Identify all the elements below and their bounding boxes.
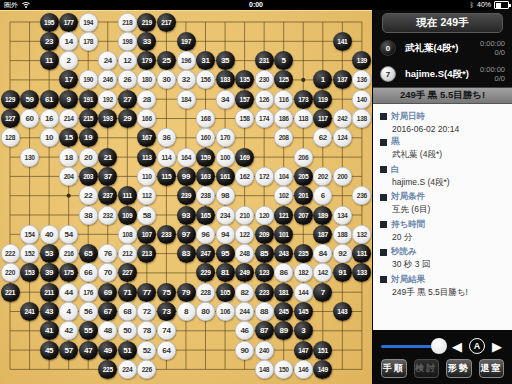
stone-white-56: 56 <box>79 302 98 321</box>
autoplay-button[interactable]: A <box>469 338 485 354</box>
stone-white-108: 108 <box>118 225 137 244</box>
bluetooth-icon: ᛒ <box>470 0 474 10</box>
white-stone-capture-badge: 7 <box>380 66 396 82</box>
stone-white-18: 18 <box>59 148 78 167</box>
stone-black-165: 165 <box>196 206 215 225</box>
stone-black-85: 85 <box>255 244 274 263</box>
app-screen: 0:00 圏外 ᛒ 40% 19517719421821921723141781… <box>0 0 512 384</box>
stone-black-109: 109 <box>118 206 137 225</box>
stone-black-217: 217 <box>157 13 176 32</box>
stone-white-222: 222 <box>1 244 20 263</box>
stone-black-31: 31 <box>196 51 215 70</box>
stone-white-164: 164 <box>177 148 196 167</box>
stone-black-173: 173 <box>294 90 313 109</box>
stone-white-54: 54 <box>59 225 78 244</box>
stone-white-224: 224 <box>118 360 137 379</box>
stone-black-11: 11 <box>40 51 59 70</box>
stone-white-88: 88 <box>255 302 274 321</box>
info-label: 対局条件 <box>380 191 505 203</box>
stone-white-12: 12 <box>118 51 137 70</box>
slider-knob[interactable] <box>431 338 447 354</box>
stone-white-190: 190 <box>79 70 98 89</box>
stone-black-123: 123 <box>255 263 274 282</box>
stone-black-223: 223 <box>255 283 274 302</box>
stone-white-242: 242 <box>333 109 352 128</box>
clock-time: 0:00 <box>0 0 512 10</box>
stone-black-189: 189 <box>313 206 332 225</box>
stone-white-90: 90 <box>235 341 254 360</box>
stone-white-16: 16 <box>40 109 59 128</box>
stone-white-184: 184 <box>177 90 196 109</box>
game-detail-list[interactable]: 対局日時 2016-06-02 20:14 黒 武礼葉 (4段*) 白 haji… <box>373 104 512 330</box>
keisei-button[interactable]: 形勢 <box>446 359 472 378</box>
stone-black-25: 25 <box>157 51 176 70</box>
stone-black-161: 161 <box>216 167 235 186</box>
result-banner: 249手 黒 5.5目勝ち! <box>373 87 512 104</box>
stone-black-169: 169 <box>235 148 254 167</box>
white-player-name: hajime.S(4段*) <box>405 68 480 81</box>
stone-black-211: 211 <box>40 283 59 302</box>
stone-black-221: 221 <box>1 283 20 302</box>
stone-white-122: 122 <box>235 225 254 244</box>
stone-white-28: 28 <box>137 90 156 109</box>
stone-white-92: 92 <box>333 244 352 263</box>
stone-black-19: 19 <box>79 128 98 147</box>
stone-white-188: 188 <box>333 225 352 244</box>
move-slider[interactable] <box>381 345 445 348</box>
stone-black-77: 77 <box>137 283 156 302</box>
stone-white-172: 172 <box>255 167 274 186</box>
info-label: 対局日時 <box>380 111 505 123</box>
star-point <box>67 194 71 198</box>
stone-black-55: 55 <box>79 321 98 340</box>
stone-black-129: 129 <box>1 90 20 109</box>
tejun-button[interactable]: 手順 <box>381 359 407 378</box>
stone-black-101: 101 <box>274 225 293 244</box>
next-move-button[interactable]: ▶ <box>492 340 502 353</box>
stone-white-178: 178 <box>79 32 98 51</box>
stone-white-154: 154 <box>20 225 39 244</box>
stone-black-47: 47 <box>79 341 98 360</box>
stone-black-39: 39 <box>40 263 59 282</box>
stone-white-34: 34 <box>216 90 235 109</box>
stone-white-170: 170 <box>216 128 235 147</box>
stone-white-198: 198 <box>118 32 137 51</box>
stone-black-69: 69 <box>98 283 117 302</box>
stone-black-187: 187 <box>313 225 332 244</box>
stone-black-111: 111 <box>118 186 137 205</box>
stone-white-126: 126 <box>255 90 274 109</box>
stone-black-93: 93 <box>177 206 196 225</box>
stone-white-38: 38 <box>79 206 98 225</box>
stone-black-107: 107 <box>137 225 156 244</box>
stone-black-119: 119 <box>313 90 332 109</box>
bullet-square-icon <box>380 276 387 283</box>
carrier-label: 圏外 <box>4 0 18 10</box>
stone-white-194: 194 <box>79 13 98 32</box>
stone-white-66: 66 <box>79 263 98 282</box>
bullet-square-icon <box>380 249 387 256</box>
stone-white-204: 204 <box>59 167 78 186</box>
stone-black-73: 73 <box>157 302 176 321</box>
stone-black-61: 61 <box>40 90 59 109</box>
info-value: 30 秒 3 回 <box>392 259 505 271</box>
stone-black-97: 97 <box>177 225 196 244</box>
stone-black-113: 113 <box>137 148 156 167</box>
stone-white-106: 106 <box>216 302 235 321</box>
star-point <box>301 78 305 82</box>
stone-white-206: 206 <box>294 148 313 167</box>
stone-black-33: 33 <box>137 32 156 51</box>
stone-black-79: 79 <box>177 283 196 302</box>
stone-white-148: 148 <box>255 360 274 379</box>
stone-white-20: 20 <box>79 148 98 167</box>
stone-white-130: 130 <box>20 148 39 167</box>
stone-white-22: 22 <box>79 186 98 205</box>
stone-black-45: 45 <box>40 341 59 360</box>
taishitsu-button[interactable]: 退室 <box>479 359 505 378</box>
stone-white-220: 220 <box>1 263 20 282</box>
stone-white-8: 8 <box>177 302 196 321</box>
info-label: 黒 <box>380 136 505 148</box>
stone-black-143: 143 <box>333 302 352 321</box>
stone-white-50: 50 <box>118 321 137 340</box>
stone-white-212: 212 <box>118 244 137 263</box>
stone-black-163: 163 <box>196 167 215 186</box>
stone-white-10: 10 <box>40 128 59 147</box>
stone-black-87: 87 <box>255 321 274 340</box>
info-value: hajime.S (4段*) <box>392 177 505 189</box>
stone-black-209: 209 <box>255 225 274 244</box>
stone-white-158: 158 <box>235 109 254 128</box>
info-label: 持ち時間 <box>380 219 505 231</box>
stone-black-57: 57 <box>59 341 78 360</box>
stone-black-151: 151 <box>313 341 332 360</box>
black-player-time: 0:00:00 0/0 <box>480 39 505 58</box>
stone-black-81: 81 <box>216 263 235 282</box>
stone-black-65: 65 <box>79 244 98 263</box>
stone-white-196: 196 <box>177 51 196 70</box>
bullet-square-icon <box>380 139 387 146</box>
stone-white-174: 174 <box>255 109 274 128</box>
stone-white-94: 94 <box>216 225 235 244</box>
info-value: 互先 (6目) <box>392 204 505 216</box>
black-stone-capture-badge: 0 <box>380 40 396 56</box>
stone-black-183: 183 <box>216 70 235 89</box>
stone-black-115: 115 <box>157 167 176 186</box>
stone-black-231: 231 <box>255 51 274 70</box>
stone-white-64: 64 <box>157 341 176 360</box>
stone-white-32: 32 <box>177 70 196 89</box>
stone-black-215: 215 <box>79 109 98 128</box>
stone-black-27: 27 <box>118 90 137 109</box>
stone-white-120: 120 <box>255 206 274 225</box>
stone-white-176: 176 <box>79 283 98 302</box>
stone-black-105: 105 <box>216 283 235 302</box>
stone-black-197: 197 <box>177 32 196 51</box>
stone-black-29: 29 <box>118 109 137 128</box>
stone-black-43: 43 <box>40 302 59 321</box>
stone-black-41: 41 <box>40 321 59 340</box>
stone-black-51: 51 <box>118 341 137 360</box>
stone-black-3: 3 <box>294 321 313 340</box>
stone-black-235: 235 <box>294 244 313 263</box>
bullet-square-icon <box>380 166 387 173</box>
stone-black-159: 159 <box>196 148 215 167</box>
stone-black-59: 59 <box>20 90 39 109</box>
bullet-square-icon <box>380 194 387 201</box>
black-player-name: 武礼葉(4段*) <box>405 42 480 55</box>
info-value: 武礼葉 (4段*) <box>392 149 505 161</box>
stone-white-58: 58 <box>137 206 156 225</box>
player-row-white: 7 hajime.S(4段*) 0:00:00 0/0 <box>373 61 512 87</box>
stone-black-35: 35 <box>216 51 235 70</box>
info-value: 2016-06-02 20:14 <box>392 124 505 134</box>
stone-black-205: 205 <box>294 167 313 186</box>
stone-white-104: 104 <box>274 167 293 186</box>
stone-black-207: 207 <box>294 206 313 225</box>
status-bar: 0:00 圏外 ᛒ 40% <box>0 0 512 10</box>
stone-white-192: 192 <box>98 90 117 109</box>
stone-black-181: 181 <box>274 283 293 302</box>
stone-white-52: 52 <box>137 341 156 360</box>
stone-black-241: 241 <box>20 302 39 321</box>
stone-black-127: 127 <box>1 109 20 128</box>
battery-icon <box>494 1 509 9</box>
info-value: 249手 黒 5.5目勝ち! <box>392 287 505 299</box>
stone-white-244: 244 <box>235 302 254 321</box>
stone-white-232: 232 <box>98 206 117 225</box>
game-info-sidebar: 現在 249手 0 武礼葉(4段*) 0:00:00 0/0 7 hajime.… <box>373 10 512 384</box>
stone-white-98: 98 <box>216 186 235 205</box>
stone-white-80: 80 <box>196 302 215 321</box>
stone-black-99: 99 <box>177 167 196 186</box>
wifi-icon <box>21 2 30 9</box>
stone-white-68: 68 <box>118 302 137 321</box>
stone-black-219: 219 <box>137 13 156 32</box>
stone-white-44: 44 <box>59 283 78 302</box>
stone-white-230: 230 <box>255 70 274 89</box>
info-label: 秒読み <box>380 246 505 258</box>
stone-black-157: 157 <box>235 90 254 109</box>
stone-white-114: 114 <box>157 148 176 167</box>
stone-white-240: 240 <box>255 341 274 360</box>
stone-white-234: 234 <box>216 206 235 225</box>
stone-black-53: 53 <box>40 244 59 263</box>
playback-controls: ◀ A ▶ 手順 検討 形勢 退室 <box>373 330 512 384</box>
white-player-time: 0:00:00 0/0 <box>480 65 505 84</box>
stone-white-150: 150 <box>274 360 293 379</box>
stone-white-200: 200 <box>333 167 352 186</box>
stone-white-82: 82 <box>235 283 254 302</box>
stone-black-247: 247 <box>196 244 215 263</box>
stone-black-141: 141 <box>333 32 352 51</box>
stone-black-83: 83 <box>177 244 196 263</box>
stone-white-128: 128 <box>1 128 20 147</box>
stone-white-60: 60 <box>20 109 39 128</box>
stone-black-195: 195 <box>40 13 59 32</box>
stone-white-144: 144 <box>294 283 313 302</box>
stone-white-134: 134 <box>333 206 352 225</box>
stone-white-14: 14 <box>59 32 78 51</box>
stone-black-23: 23 <box>40 32 59 51</box>
stone-white-140: 140 <box>352 90 371 109</box>
info-label: 白 <box>380 164 505 176</box>
stone-black-75: 75 <box>157 283 176 302</box>
bullet-square-icon <box>380 221 387 228</box>
stone-black-121: 121 <box>274 206 293 225</box>
stone-black-71: 71 <box>118 283 137 302</box>
battery-percent: 40% <box>477 0 491 10</box>
stone-white-118: 118 <box>294 109 313 128</box>
stone-black-95: 95 <box>216 244 235 263</box>
player-row-black: 0 武礼葉(4段*) 0:00:00 0/0 <box>373 35 512 61</box>
current-move-header[interactable]: 現在 249手 <box>382 13 503 33</box>
stone-black-191: 191 <box>79 90 98 109</box>
stone-white-210: 210 <box>235 206 254 225</box>
stone-white-40: 40 <box>40 225 59 244</box>
stone-black-177: 177 <box>59 13 78 32</box>
stone-white-162: 162 <box>235 167 254 186</box>
stone-black-201: 201 <box>294 186 313 205</box>
stone-black-7: 7 <box>313 283 332 302</box>
stone-black-147: 147 <box>294 341 313 360</box>
go-board[interactable]: 1951771942182192172314178198331971411122… <box>0 10 372 384</box>
stone-black-145: 145 <box>294 302 313 321</box>
stone-black-203: 203 <box>79 167 98 186</box>
stone-white-168: 168 <box>196 109 215 128</box>
stone-black-21: 21 <box>98 148 117 167</box>
stone-white-100: 100 <box>216 148 235 167</box>
stone-white-218: 218 <box>118 13 137 32</box>
kentou-button[interactable]: 検討 <box>414 359 440 378</box>
stone-white-146: 146 <box>294 360 313 379</box>
stone-white-96: 96 <box>196 225 215 244</box>
stone-black-233: 233 <box>157 225 176 244</box>
stone-black-49: 49 <box>98 341 117 360</box>
info-label: 対局結果 <box>380 274 505 286</box>
stone-white-228: 228 <box>196 283 215 302</box>
bullet-square-icon <box>380 113 387 120</box>
prev-move-button[interactable]: ◀ <box>452 340 462 353</box>
info-value: 20 分 <box>392 232 505 244</box>
stone-white-116: 116 <box>274 90 293 109</box>
stone-black-239: 239 <box>177 186 196 205</box>
stone-black-9: 9 <box>59 90 78 109</box>
